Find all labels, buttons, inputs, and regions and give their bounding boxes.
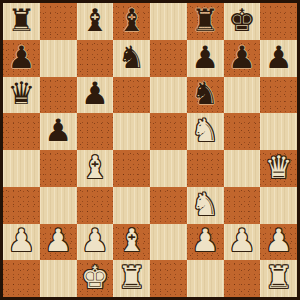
square-c4[interactable]: ♝ — [77, 150, 114, 187]
square-d5[interactable] — [113, 113, 150, 150]
piece-white-pawn: ♟ — [228, 225, 256, 256]
piece-black-pawn: ♟ — [7, 42, 35, 73]
piece-black-pawn: ♟ — [44, 115, 72, 146]
square-c6[interactable]: ♟ — [77, 77, 114, 114]
square-h3[interactable] — [260, 187, 297, 224]
piece-white-rook: ♜ — [118, 262, 146, 293]
square-a5[interactable] — [3, 113, 40, 150]
piece-white-pawn: ♟ — [7, 225, 35, 256]
square-e3[interactable] — [150, 187, 187, 224]
square-c8[interactable]: ♝ — [77, 3, 114, 40]
piece-black-knight: ♞ — [191, 78, 219, 109]
square-e7[interactable] — [150, 40, 187, 77]
square-a6[interactable]: ♛ — [3, 77, 40, 114]
square-e8[interactable] — [150, 3, 187, 40]
square-g1[interactable] — [224, 260, 261, 297]
square-f1[interactable] — [187, 260, 224, 297]
piece-white-knight: ♞ — [191, 189, 219, 220]
square-a7[interactable]: ♟ — [3, 40, 40, 77]
piece-black-king: ♚ — [228, 5, 256, 36]
square-g6[interactable] — [224, 77, 261, 114]
square-c5[interactable] — [77, 113, 114, 150]
square-c7[interactable] — [77, 40, 114, 77]
square-f5[interactable]: ♞ — [187, 113, 224, 150]
square-g2[interactable]: ♟ — [224, 224, 261, 261]
square-a2[interactable]: ♟ — [3, 224, 40, 261]
square-e4[interactable] — [150, 150, 187, 187]
square-a4[interactable] — [3, 150, 40, 187]
piece-black-queen: ♛ — [7, 78, 35, 109]
square-e5[interactable] — [150, 113, 187, 150]
piece-black-pawn: ♟ — [228, 42, 256, 73]
square-f8[interactable]: ♜ — [187, 3, 224, 40]
square-h2[interactable]: ♟ — [260, 224, 297, 261]
board-frame: ♜♝♝♜♚♟♞♟♟♟♛♟♞♟♞♝♛♞♟♟♟♝♟♟♟♚♜♜ — [0, 0, 300, 300]
square-b3[interactable] — [40, 187, 77, 224]
square-b4[interactable] — [40, 150, 77, 187]
square-a3[interactable] — [3, 187, 40, 224]
piece-black-bishop: ♝ — [118, 5, 146, 36]
piece-white-rook: ♜ — [265, 262, 293, 293]
square-a8[interactable]: ♜ — [3, 3, 40, 40]
piece-black-pawn: ♟ — [265, 42, 293, 73]
square-h6[interactable] — [260, 77, 297, 114]
piece-black-rook: ♜ — [7, 5, 35, 36]
square-c3[interactable] — [77, 187, 114, 224]
piece-white-pawn: ♟ — [81, 225, 109, 256]
square-b7[interactable] — [40, 40, 77, 77]
piece-white-pawn: ♟ — [191, 225, 219, 256]
square-h1[interactable]: ♜ — [260, 260, 297, 297]
square-g4[interactable] — [224, 150, 261, 187]
square-c1[interactable]: ♚ — [77, 260, 114, 297]
piece-white-knight: ♞ — [191, 115, 219, 146]
square-d8[interactable]: ♝ — [113, 3, 150, 40]
square-f7[interactable]: ♟ — [187, 40, 224, 77]
piece-white-bishop: ♝ — [81, 152, 109, 183]
square-f4[interactable] — [187, 150, 224, 187]
piece-white-pawn: ♟ — [44, 225, 72, 256]
square-e6[interactable] — [150, 77, 187, 114]
square-d2[interactable]: ♝ — [113, 224, 150, 261]
piece-white-king: ♚ — [81, 262, 109, 293]
piece-black-rook: ♜ — [191, 5, 219, 36]
piece-white-pawn: ♟ — [265, 225, 293, 256]
square-g7[interactable]: ♟ — [224, 40, 261, 77]
square-g5[interactable] — [224, 113, 261, 150]
chess-board: ♜♝♝♜♚♟♞♟♟♟♛♟♞♟♞♝♛♞♟♟♟♝♟♟♟♚♜♜ — [3, 3, 297, 297]
square-b2[interactable]: ♟ — [40, 224, 77, 261]
square-d4[interactable] — [113, 150, 150, 187]
square-b5[interactable]: ♟ — [40, 113, 77, 150]
square-d7[interactable]: ♞ — [113, 40, 150, 77]
square-b8[interactable] — [40, 3, 77, 40]
piece-black-pawn: ♟ — [191, 42, 219, 73]
square-d1[interactable]: ♜ — [113, 260, 150, 297]
square-h7[interactable]: ♟ — [260, 40, 297, 77]
square-c2[interactable]: ♟ — [77, 224, 114, 261]
piece-black-knight: ♞ — [118, 42, 146, 73]
square-h8[interactable] — [260, 3, 297, 40]
square-a1[interactable] — [3, 260, 40, 297]
square-d6[interactable] — [113, 77, 150, 114]
square-f6[interactable]: ♞ — [187, 77, 224, 114]
square-b6[interactable] — [40, 77, 77, 114]
piece-white-queen: ♛ — [265, 152, 293, 183]
square-e2[interactable] — [150, 224, 187, 261]
square-h5[interactable] — [260, 113, 297, 150]
square-d3[interactable] — [113, 187, 150, 224]
piece-white-bishop: ♝ — [118, 225, 146, 256]
square-e1[interactable] — [150, 260, 187, 297]
square-f3[interactable]: ♞ — [187, 187, 224, 224]
square-h4[interactable]: ♛ — [260, 150, 297, 187]
square-f2[interactable]: ♟ — [187, 224, 224, 261]
square-b1[interactable] — [40, 260, 77, 297]
square-g3[interactable] — [224, 187, 261, 224]
piece-black-pawn: ♟ — [81, 78, 109, 109]
square-g8[interactable]: ♚ — [224, 3, 261, 40]
piece-black-bishop: ♝ — [81, 5, 109, 36]
